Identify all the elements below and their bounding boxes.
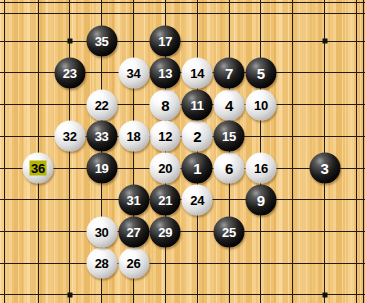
grid-line-horizontal (0, 231, 365, 232)
go-stone-move-24-white[interactable]: 24 (182, 184, 213, 215)
move-number: 30 (95, 225, 109, 238)
move-number: 32 (63, 130, 77, 143)
go-stone-move-6-white[interactable]: 6 (214, 153, 245, 184)
move-number: 35 (95, 35, 109, 48)
move-number: 6 (225, 161, 233, 176)
grid-line-horizontal (0, 294, 365, 295)
go-stone-move-22-white[interactable]: 22 (86, 89, 117, 120)
go-stone-move-3-black[interactable]: 3 (309, 153, 340, 184)
go-stone-move-10-white[interactable]: 10 (245, 89, 276, 120)
go-stone-move-31-black[interactable]: 31 (118, 184, 149, 215)
go-stone-move-25-black[interactable]: 25 (214, 216, 245, 247)
go-stone-move-26-white[interactable]: 26 (118, 248, 149, 279)
go-stone-move-28-white[interactable]: 28 (86, 248, 117, 279)
move-number: 23 (63, 66, 77, 79)
move-number: 8 (161, 97, 169, 112)
go-stone-move-21-black[interactable]: 21 (150, 184, 181, 215)
move-number: 15 (222, 130, 236, 143)
go-stone-move-23-black[interactable]: 23 (54, 57, 85, 88)
go-stone-move-36-white[interactable]: 36 (23, 153, 54, 184)
move-number: 16 (254, 162, 268, 175)
move-number: 26 (127, 257, 141, 270)
grid-line-horizontal (0, 13, 365, 14)
go-stone-move-20-white[interactable]: 20 (150, 153, 181, 184)
star-point (67, 292, 72, 297)
go-stone-move-15-black[interactable]: 15 (214, 121, 245, 152)
go-stone-move-19-black[interactable]: 19 (86, 153, 117, 184)
grid-line-vertical (363, 0, 364, 303)
go-stone-move-1-black[interactable]: 1 (182, 153, 213, 184)
go-stone-move-32-white[interactable]: 32 (54, 121, 85, 152)
go-stone-move-12-white[interactable]: 12 (150, 121, 181, 152)
move-number: 11 (191, 98, 204, 111)
move-number: 33 (95, 130, 109, 143)
go-stone-move-29-black[interactable]: 29 (150, 216, 181, 247)
move-number: 29 (158, 225, 172, 238)
move-number: 1 (193, 161, 201, 176)
move-number: 21 (158, 193, 172, 206)
go-stone-move-14-white[interactable]: 14 (182, 57, 213, 88)
grid-line-vertical (356, 0, 357, 303)
go-stone-move-8-white[interactable]: 8 (150, 89, 181, 120)
grid-line-horizontal (0, 41, 365, 42)
move-number: 12 (158, 130, 172, 143)
go-stone-move-35-black[interactable]: 35 (86, 26, 117, 57)
move-number: 24 (190, 193, 204, 206)
move-number: 31 (127, 193, 141, 206)
go-stone-move-7-black[interactable]: 7 (214, 57, 245, 88)
move-number: 17 (158, 35, 172, 48)
move-number: 9 (257, 192, 265, 207)
move-number: 5 (257, 65, 265, 80)
grid-line-vertical (324, 0, 325, 303)
star-point (322, 39, 327, 44)
move-number: 10 (254, 98, 268, 111)
move-number: 3 (321, 161, 329, 176)
star-point (322, 292, 327, 297)
move-number: 28 (95, 257, 109, 270)
go-diagram: 1234567891011121314151617181920212223242… (0, 0, 365, 303)
go-stone-move-5-black[interactable]: 5 (245, 57, 276, 88)
move-number: 13 (158, 66, 172, 79)
go-stone-move-17-black[interactable]: 17 (150, 26, 181, 57)
star-point (67, 39, 72, 44)
go-stone-move-34-white[interactable]: 34 (118, 57, 149, 88)
move-number: 7 (225, 65, 233, 80)
go-stone-move-33-black[interactable]: 33 (86, 121, 117, 152)
go-stone-move-4-white[interactable]: 4 (214, 89, 245, 120)
move-number: 27 (127, 225, 141, 238)
move-number: 34 (127, 66, 141, 79)
last-move-number-badge: 36 (29, 161, 47, 176)
move-number: 2 (193, 129, 201, 144)
grid-line-vertical (292, 0, 293, 303)
go-stone-move-30-white[interactable]: 30 (86, 216, 117, 247)
move-number: 25 (222, 225, 236, 238)
go-board[interactable]: 1234567891011121314151617181920212223242… (0, 0, 365, 303)
go-stone-move-18-white[interactable]: 18 (118, 121, 149, 152)
go-stone-move-9-black[interactable]: 9 (245, 184, 276, 215)
move-number: 19 (95, 162, 109, 175)
move-number: 14 (190, 66, 204, 79)
go-stone-move-27-black[interactable]: 27 (118, 216, 149, 247)
grid-line-horizontal (0, 263, 365, 264)
move-number: 4 (225, 97, 233, 112)
move-number: 22 (95, 98, 109, 111)
move-number: 18 (127, 130, 141, 143)
grid-line-horizontal (0, 2, 365, 3)
go-stone-move-11-black[interactable]: 11 (182, 89, 213, 120)
grid-line-vertical (4, 0, 5, 303)
go-stone-move-2-white[interactable]: 2 (182, 121, 213, 152)
move-number: 20 (158, 162, 172, 175)
go-stone-move-16-white[interactable]: 16 (245, 153, 276, 184)
grid-line-vertical (260, 0, 261, 303)
grid-line-vertical (38, 0, 39, 303)
go-stone-move-13-black[interactable]: 13 (150, 57, 181, 88)
